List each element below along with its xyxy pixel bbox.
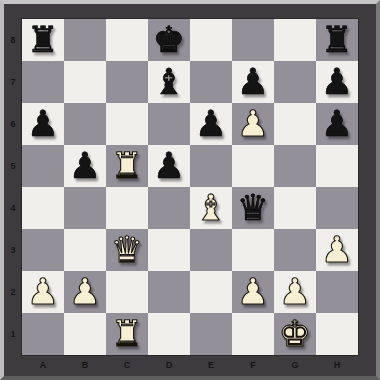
square-b3[interactable]	[64, 229, 106, 271]
rank-label-3: 3	[4, 229, 22, 271]
square-c8[interactable]	[106, 19, 148, 61]
square-c1[interactable]: ♜	[106, 313, 148, 355]
black-pawn[interactable]: ♟	[321, 106, 353, 142]
square-e8[interactable]	[190, 19, 232, 61]
board-mat: 87654321 ♜♚♜♝♟♟♟♟♟♟♟♜♟♝♛♛♟♟♟♟♟♜♚ ABCDEFG…	[4, 4, 376, 376]
file-label-d: D	[148, 355, 190, 376]
square-e2[interactable]	[190, 271, 232, 313]
file-label-a: A	[22, 355, 64, 376]
rank-label-8: 8	[4, 19, 22, 61]
black-pawn[interactable]: ♟	[195, 106, 227, 142]
chess-board[interactable]: ♜♚♜♝♟♟♟♟♟♟♟♜♟♝♛♛♟♟♟♟♟♜♚	[22, 19, 358, 355]
file-label-f: F	[232, 355, 274, 376]
white-queen[interactable]: ♛	[111, 232, 143, 268]
square-b4[interactable]	[64, 187, 106, 229]
square-d1[interactable]	[148, 313, 190, 355]
square-h7[interactable]: ♟	[316, 61, 358, 103]
white-pawn[interactable]: ♟	[237, 274, 269, 310]
black-bishop[interactable]: ♝	[153, 64, 185, 100]
black-pawn[interactable]: ♟	[237, 64, 269, 100]
square-b7[interactable]	[64, 61, 106, 103]
black-pawn[interactable]: ♟	[27, 106, 59, 142]
square-b8[interactable]	[64, 19, 106, 61]
file-label-e: E	[190, 355, 232, 376]
square-c5[interactable]: ♜	[106, 145, 148, 187]
file-label-b: B	[64, 355, 106, 376]
square-d3[interactable]	[148, 229, 190, 271]
file-labels: ABCDEFGH	[22, 355, 358, 376]
square-h2[interactable]	[316, 271, 358, 313]
square-a5[interactable]	[22, 145, 64, 187]
square-g3[interactable]	[274, 229, 316, 271]
square-d8[interactable]: ♚	[148, 19, 190, 61]
square-f7[interactable]: ♟	[232, 61, 274, 103]
square-h5[interactable]	[316, 145, 358, 187]
black-pawn[interactable]: ♟	[69, 148, 101, 184]
white-pawn[interactable]: ♟	[237, 106, 269, 142]
square-c6[interactable]	[106, 103, 148, 145]
black-king[interactable]: ♚	[153, 22, 185, 58]
square-g4[interactable]	[274, 187, 316, 229]
square-h1[interactable]	[316, 313, 358, 355]
square-b6[interactable]	[64, 103, 106, 145]
file-label-g: G	[274, 355, 316, 376]
square-a2[interactable]: ♟	[22, 271, 64, 313]
square-g5[interactable]	[274, 145, 316, 187]
white-pawn[interactable]: ♟	[27, 274, 59, 310]
white-rook[interactable]: ♜	[111, 148, 143, 184]
black-pawn[interactable]: ♟	[321, 64, 353, 100]
white-pawn[interactable]: ♟	[321, 232, 353, 268]
square-e6[interactable]: ♟	[190, 103, 232, 145]
square-h8[interactable]: ♜	[316, 19, 358, 61]
square-c3[interactable]: ♛	[106, 229, 148, 271]
square-a8[interactable]: ♜	[22, 19, 64, 61]
square-f2[interactable]: ♟	[232, 271, 274, 313]
file-label-c: C	[106, 355, 148, 376]
square-d6[interactable]	[148, 103, 190, 145]
rank-label-5: 5	[4, 145, 22, 187]
square-f1[interactable]	[232, 313, 274, 355]
white-pawn[interactable]: ♟	[69, 274, 101, 310]
square-e3[interactable]	[190, 229, 232, 271]
square-g2[interactable]: ♟	[274, 271, 316, 313]
square-a3[interactable]	[22, 229, 64, 271]
square-e5[interactable]	[190, 145, 232, 187]
square-b5[interactable]: ♟	[64, 145, 106, 187]
square-h3[interactable]: ♟	[316, 229, 358, 271]
black-pawn[interactable]: ♟	[153, 148, 185, 184]
square-g6[interactable]	[274, 103, 316, 145]
square-a6[interactable]: ♟	[22, 103, 64, 145]
square-f5[interactable]	[232, 145, 274, 187]
square-g7[interactable]	[274, 61, 316, 103]
square-d2[interactable]	[148, 271, 190, 313]
chess-board-frame: 87654321 ♜♚♜♝♟♟♟♟♟♟♟♜♟♝♛♛♟♟♟♟♟♜♚ ABCDEFG…	[0, 0, 380, 380]
square-b2[interactable]: ♟	[64, 271, 106, 313]
rank-label-4: 4	[4, 187, 22, 229]
rank-label-2: 2	[4, 271, 22, 313]
black-queen[interactable]: ♛	[237, 190, 269, 226]
white-rook[interactable]: ♜	[111, 316, 143, 352]
white-king[interactable]: ♚	[279, 316, 311, 352]
rank-label-7: 7	[4, 61, 22, 103]
square-c2[interactable]	[106, 271, 148, 313]
square-f4[interactable]: ♛	[232, 187, 274, 229]
square-e4[interactable]: ♝	[190, 187, 232, 229]
square-g8[interactable]	[274, 19, 316, 61]
black-rook[interactable]: ♜	[27, 22, 59, 58]
square-d4[interactable]	[148, 187, 190, 229]
white-bishop[interactable]: ♝	[195, 190, 227, 226]
square-f6[interactable]: ♟	[232, 103, 274, 145]
square-c7[interactable]	[106, 61, 148, 103]
square-a1[interactable]	[22, 313, 64, 355]
white-pawn[interactable]: ♟	[279, 274, 311, 310]
square-d5[interactable]: ♟	[148, 145, 190, 187]
square-d7[interactable]: ♝	[148, 61, 190, 103]
square-f3[interactable]	[232, 229, 274, 271]
square-c4[interactable]	[106, 187, 148, 229]
square-f8[interactable]	[232, 19, 274, 61]
square-e7[interactable]	[190, 61, 232, 103]
square-b1[interactable]	[64, 313, 106, 355]
square-h6[interactable]: ♟	[316, 103, 358, 145]
black-rook[interactable]: ♜	[321, 22, 353, 58]
file-label-h: H	[316, 355, 358, 376]
square-e1[interactable]	[190, 313, 232, 355]
square-a7[interactable]	[22, 61, 64, 103]
square-g1[interactable]: ♚	[274, 313, 316, 355]
rank-label-1: 1	[4, 313, 22, 355]
square-h4[interactable]	[316, 187, 358, 229]
square-a4[interactable]	[22, 187, 64, 229]
rank-label-6: 6	[4, 103, 22, 145]
rank-labels: 87654321	[4, 19, 22, 355]
